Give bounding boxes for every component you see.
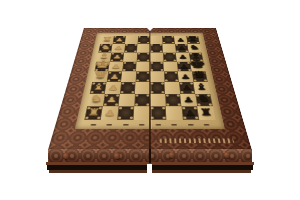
box-halves-gap [147, 164, 152, 174]
margin-mark [171, 124, 177, 125]
black-rook-piece: ♜ [188, 37, 199, 42]
piece-cell: ♜ [197, 106, 216, 120]
carved-knob [169, 152, 175, 158]
piece-cell [137, 52, 150, 61]
piece-cell [150, 44, 163, 53]
piece-cell [134, 106, 150, 120]
white-pawn-piece: ♟ [111, 63, 121, 69]
piece-cell [164, 71, 179, 82]
piece-cell: ♟ [105, 82, 121, 94]
white-pawn-piece: ♟ [104, 109, 116, 117]
white-pawn-piece: ♟ [107, 84, 118, 91]
piece-cell [150, 62, 164, 72]
white-pawn-piece: ♟ [106, 96, 118, 103]
margin-mark [155, 124, 161, 125]
hinge-notch [147, 28, 154, 31]
piece-cell: ♟ [107, 71, 123, 82]
piece-cell [138, 36, 150, 44]
black-knight-piece: ♞ [196, 94, 211, 103]
white-pawn-piece: ♟ [109, 73, 120, 79]
white-rook-piece: ♜ [87, 108, 101, 117]
pieces-grid: ♜♟♟♜♞♟♟♞♝♟♟♝♚♟♟♚♛♟♟♛♝♟♟♝♞♟♟♞♜♟♟♜ [84, 36, 215, 120]
piece-cell [123, 52, 137, 61]
piece-cell: ♞ [195, 94, 213, 107]
white-rook-piece: ♜ [102, 37, 113, 42]
white-queen-piece: ♛ [92, 70, 109, 80]
piece-cell: ♜ [186, 36, 200, 44]
piece-cell [150, 82, 165, 94]
margin-mark [139, 124, 145, 125]
margin-mark [90, 124, 96, 125]
piece-cell [135, 82, 150, 94]
piece-cell [136, 62, 150, 72]
piece-cell: ♟ [101, 106, 119, 120]
white-pawn-piece: ♟ [115, 37, 124, 42]
piece-cell [122, 62, 136, 72]
piece-cell [150, 106, 166, 120]
black-pawn-piece: ♟ [178, 54, 188, 59]
piece-cell [117, 106, 134, 120]
piece-cell [125, 36, 138, 44]
piece-cell [150, 71, 164, 82]
piece-cell: ♟ [103, 94, 120, 107]
piece-cell [162, 44, 175, 53]
piece-cell [163, 52, 177, 61]
carved-knob [63, 153, 69, 159]
black-pawn-piece: ♟ [180, 73, 191, 79]
margin-mark [188, 124, 194, 125]
black-knight-piece: ♞ [188, 44, 200, 50]
black-pawn-piece: ♟ [177, 45, 187, 50]
piece-cell [120, 82, 136, 94]
piece-cell: ♟ [108, 62, 123, 72]
piece-cell [137, 44, 150, 53]
piece-cell [150, 94, 166, 107]
black-pawn-piece: ♟ [184, 109, 196, 117]
white-knight-piece: ♞ [89, 94, 104, 103]
piece-cell [119, 94, 135, 107]
playing-surface: ♜♟♟♜♞♟♟♞♝♟♟♝♚♟♟♚♛♟♟♛♝♟♟♝♞♟♟♞♜♟♟♜ [75, 33, 225, 129]
white-knight-piece: ♞ [100, 44, 112, 50]
black-pawn-piece: ♟ [181, 84, 192, 91]
margin-mark [204, 124, 210, 125]
piece-cell [150, 52, 163, 61]
chess-set-photo: ♜♟♟♜♞♟♟♞♝♟♟♝♚♟♟♚♛♟♟♛♝♟♟♝♞♟♟♞♜♟♟♜ [0, 0, 300, 200]
margin-mark [107, 124, 113, 125]
piece-cell [134, 94, 150, 107]
white-bishop-piece: ♝ [91, 82, 106, 91]
white-pawn-piece: ♟ [113, 45, 123, 50]
piece-cell [166, 106, 183, 120]
piece-cell [121, 71, 136, 82]
carved-knob [224, 152, 230, 158]
black-bishop-piece: ♝ [194, 82, 209, 91]
black-rook-piece: ♜ [199, 108, 213, 117]
piece-cell [162, 36, 175, 44]
white-king-piece: ♚ [93, 59, 112, 70]
piece-cell: ♟ [113, 36, 126, 44]
margin-marks [85, 123, 215, 127]
black-queen-piece: ♛ [191, 70, 208, 80]
black-king-piece: ♚ [188, 59, 207, 70]
piece-cell [163, 62, 177, 72]
piece-cell [124, 44, 137, 53]
piece-cell [164, 82, 180, 94]
chess-board: ♜♟♟♜♞♟♟♞♝♟♟♝♚♟♟♚♛♟♟♛♝♟♟♝♞♟♟♞♜♟♟♜ [48, 28, 252, 150]
black-pawn-piece: ♟ [176, 37, 185, 42]
piece-cell [165, 94, 181, 107]
piece-cell [136, 71, 150, 82]
box-front-seam [149, 149, 151, 163]
white-pawn-piece: ♟ [112, 54, 122, 59]
piece-cell: ♟ [111, 44, 125, 53]
carved-knob [114, 153, 120, 159]
piece-cell [150, 36, 162, 44]
margin-mark [123, 124, 129, 125]
black-pawn-piece: ♟ [183, 96, 195, 103]
piece-cell: ♝ [193, 82, 210, 94]
